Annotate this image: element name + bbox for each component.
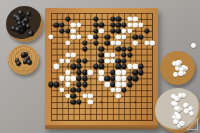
white-bowl-lid bbox=[160, 51, 195, 85]
black-bowl-stone bbox=[26, 24, 31, 28]
black-bowl-stone bbox=[18, 10, 24, 15]
white-stone bbox=[149, 40, 154, 45]
black-bowl-stone bbox=[21, 52, 26, 56]
black-bowl-stones bbox=[6, 6, 43, 42]
black-bowl-lid bbox=[8, 45, 39, 75]
loose-white-stone bbox=[191, 43, 196, 48]
black-lid-stones bbox=[8, 45, 39, 75]
black-bowl-stone bbox=[15, 27, 20, 32]
white-bowl-stone bbox=[178, 71, 183, 76]
white-bowl-stone bbox=[179, 121, 185, 126]
black-bowl-stone bbox=[26, 12, 31, 17]
verge-watermark-icon bbox=[186, 117, 199, 131]
black-bowl-stone bbox=[27, 60, 32, 65]
black-bowl-stone bbox=[28, 31, 34, 36]
white-bowl-stone bbox=[189, 111, 194, 116]
black-bowl-stone bbox=[16, 61, 21, 66]
white-bowl-stone bbox=[175, 61, 180, 66]
white-lid-stones bbox=[160, 51, 195, 85]
black-stone-bowl bbox=[6, 6, 43, 42]
go-board bbox=[45, 8, 158, 129]
white-bowl-stone bbox=[176, 114, 182, 119]
goban-grid[interactable] bbox=[48, 10, 155, 123]
white-bowl-stone bbox=[173, 101, 178, 106]
white-bowl-stone bbox=[173, 72, 178, 77]
table-scene bbox=[0, 0, 200, 133]
board-front-edge bbox=[45, 125, 158, 129]
intersection-T1[interactable] bbox=[149, 117, 155, 123]
